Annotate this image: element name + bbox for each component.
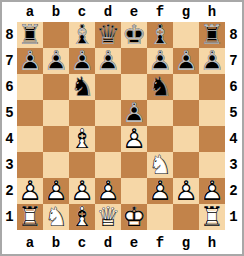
square-c7[interactable]: ♟♙ bbox=[69, 48, 95, 74]
rank-label-5-left: 5 bbox=[2, 100, 17, 126]
file-label-a-bottom: a bbox=[17, 230, 43, 254]
white-queen-d1: ♛♕ bbox=[95, 204, 121, 230]
white-pawn-d2: ♟♙ bbox=[95, 178, 121, 204]
square-a4[interactable] bbox=[17, 126, 43, 152]
white-pawn-c2: ♟♙ bbox=[69, 178, 95, 204]
square-c1[interactable]: ♝♗ bbox=[69, 204, 95, 230]
square-d3[interactable] bbox=[95, 152, 121, 178]
square-b4[interactable] bbox=[43, 126, 69, 152]
black-rook-h8: ♜♖ bbox=[199, 22, 225, 48]
black-knight-f6: ♞♘ bbox=[147, 74, 173, 100]
black-pawn-b7: ♟♙ bbox=[43, 48, 69, 74]
square-h5[interactable] bbox=[199, 100, 225, 126]
rank-label-7-right: 7 bbox=[225, 48, 242, 74]
file-label-a-top: a bbox=[17, 2, 43, 22]
square-f2[interactable]: ♟♙ bbox=[147, 178, 173, 204]
rank-label-4-left: 4 bbox=[2, 126, 17, 152]
black-pawn-c7: ♟♙ bbox=[69, 48, 95, 74]
board: ♜♖♝♗♛♕♚♔♝♗♜♖♟♙♟♙♟♙♟♙♟♙♟♙♟♙♞♘♞♘♟♙♝♗♟♙♞♘♟♙… bbox=[17, 22, 225, 230]
square-g3[interactable] bbox=[173, 152, 199, 178]
rank-labels-left: 87654321 bbox=[2, 22, 17, 230]
black-pawn-e5: ♟♙ bbox=[121, 100, 147, 126]
chess-diagram: abcdefgh 87654321 ♜♖♝♗♛♕♚♔♝♗♜♖♟♙♟♙♟♙♟♙♟♙… bbox=[0, 0, 244, 256]
rank-label-6-right: 6 bbox=[225, 74, 242, 100]
black-pawn-f7: ♟♙ bbox=[147, 48, 173, 74]
square-a1[interactable]: ♜♖ bbox=[17, 204, 43, 230]
square-a8[interactable]: ♜♖ bbox=[17, 22, 43, 48]
square-e3[interactable] bbox=[121, 152, 147, 178]
black-pawn-a7: ♟♙ bbox=[17, 48, 43, 74]
square-b7[interactable]: ♟♙ bbox=[43, 48, 69, 74]
file-label-d-bottom: d bbox=[95, 230, 121, 254]
square-d7[interactable]: ♟♙ bbox=[95, 48, 121, 74]
white-knight-f3: ♞♘ bbox=[147, 152, 173, 178]
white-pawn-h2: ♟♙ bbox=[199, 178, 225, 204]
rank-label-3-right: 3 bbox=[225, 152, 242, 178]
rank-label-8-left: 8 bbox=[2, 22, 17, 48]
square-f4[interactable] bbox=[147, 126, 173, 152]
square-b8[interactable] bbox=[43, 22, 69, 48]
file-label-b-bottom: b bbox=[43, 230, 69, 254]
black-pawn-g7: ♟♙ bbox=[173, 48, 199, 74]
file-label-c-top: c bbox=[69, 2, 95, 22]
white-bishop-c1: ♝♗ bbox=[69, 204, 95, 230]
rank-label-4-right: 4 bbox=[225, 126, 242, 152]
black-pawn-h7: ♟♙ bbox=[199, 48, 225, 74]
file-label-d-top: d bbox=[95, 2, 121, 22]
square-d4[interactable] bbox=[95, 126, 121, 152]
white-pawn-a2: ♟♙ bbox=[17, 178, 43, 204]
square-c3[interactable] bbox=[69, 152, 95, 178]
square-c8[interactable]: ♝♗ bbox=[69, 22, 95, 48]
square-e8[interactable]: ♚♔ bbox=[121, 22, 147, 48]
square-h7[interactable]: ♟♙ bbox=[199, 48, 225, 74]
file-label-h-top: h bbox=[199, 2, 225, 22]
square-e5[interactable]: ♟♙ bbox=[121, 100, 147, 126]
square-e2[interactable] bbox=[121, 178, 147, 204]
black-bishop-f8: ♝♗ bbox=[147, 22, 173, 48]
rank-label-7-left: 7 bbox=[2, 48, 17, 74]
square-a3[interactable] bbox=[17, 152, 43, 178]
white-pawn-g2: ♟♙ bbox=[173, 178, 199, 204]
black-knight-c6: ♞♘ bbox=[69, 74, 95, 100]
square-e1[interactable]: ♚♔ bbox=[121, 204, 147, 230]
square-h1[interactable]: ♜♖ bbox=[199, 204, 225, 230]
rank-labels-right: 87654321 bbox=[225, 22, 242, 230]
square-d5[interactable] bbox=[95, 100, 121, 126]
square-f6[interactable]: ♞♘ bbox=[147, 74, 173, 100]
square-h8[interactable]: ♜♖ bbox=[199, 22, 225, 48]
rank-label-6-left: 6 bbox=[2, 74, 17, 100]
square-g5[interactable] bbox=[173, 100, 199, 126]
file-label-c-bottom: c bbox=[69, 230, 95, 254]
rank-label-1-left: 1 bbox=[2, 204, 17, 230]
file-label-f-bottom: f bbox=[147, 230, 173, 254]
black-queen-d8: ♛♕ bbox=[95, 22, 121, 48]
rank-label-5-right: 5 bbox=[225, 100, 242, 126]
square-g8[interactable] bbox=[173, 22, 199, 48]
square-b2[interactable]: ♟♙ bbox=[43, 178, 69, 204]
square-g2[interactable]: ♟♙ bbox=[173, 178, 199, 204]
square-f1[interactable] bbox=[147, 204, 173, 230]
rank-label-2-right: 2 bbox=[225, 178, 242, 204]
square-e7[interactable] bbox=[121, 48, 147, 74]
file-labels-bottom: abcdefgh bbox=[17, 230, 225, 254]
black-bishop-c8: ♝♗ bbox=[69, 22, 95, 48]
white-rook-a1: ♜♖ bbox=[17, 204, 43, 230]
square-h3[interactable] bbox=[199, 152, 225, 178]
square-e6[interactable] bbox=[121, 74, 147, 100]
white-king-e1: ♚♔ bbox=[121, 204, 147, 230]
square-c5[interactable] bbox=[69, 100, 95, 126]
square-b6[interactable] bbox=[43, 74, 69, 100]
square-a6[interactable] bbox=[17, 74, 43, 100]
square-c2[interactable]: ♟♙ bbox=[69, 178, 95, 204]
file-label-e-top: e bbox=[121, 2, 147, 22]
black-pawn-d7: ♟♙ bbox=[95, 48, 121, 74]
white-pawn-e4: ♟♙ bbox=[121, 126, 147, 152]
file-label-g-top: g bbox=[173, 2, 199, 22]
square-f7[interactable]: ♟♙ bbox=[147, 48, 173, 74]
file-label-b-top: b bbox=[43, 2, 69, 22]
square-b3[interactable] bbox=[43, 152, 69, 178]
black-king-e8: ♚♔ bbox=[121, 22, 147, 48]
square-e4[interactable]: ♟♙ bbox=[121, 126, 147, 152]
square-a7[interactable]: ♟♙ bbox=[17, 48, 43, 74]
square-d8[interactable]: ♛♕ bbox=[95, 22, 121, 48]
square-g4[interactable] bbox=[173, 126, 199, 152]
square-f8[interactable]: ♝♗ bbox=[147, 22, 173, 48]
file-label-e-bottom: e bbox=[121, 230, 147, 254]
square-f5[interactable] bbox=[147, 100, 173, 126]
square-c4[interactable]: ♝♗ bbox=[69, 126, 95, 152]
square-g7[interactable]: ♟♙ bbox=[173, 48, 199, 74]
square-b5[interactable] bbox=[43, 100, 69, 126]
white-pawn-b2: ♟♙ bbox=[43, 178, 69, 204]
rank-label-3-left: 3 bbox=[2, 152, 17, 178]
rank-label-1-right: 1 bbox=[225, 204, 242, 230]
square-h6[interactable] bbox=[199, 74, 225, 100]
rank-label-8-right: 8 bbox=[225, 22, 242, 48]
square-g1[interactable] bbox=[173, 204, 199, 230]
file-label-h-bottom: h bbox=[199, 230, 225, 254]
white-bishop-c4: ♝♗ bbox=[69, 126, 95, 152]
square-d2[interactable]: ♟♙ bbox=[95, 178, 121, 204]
square-d1[interactable]: ♛♕ bbox=[95, 204, 121, 230]
square-h4[interactable] bbox=[199, 126, 225, 152]
square-d6[interactable] bbox=[95, 74, 121, 100]
file-label-g-bottom: g bbox=[173, 230, 199, 254]
white-knight-b1: ♞♘ bbox=[43, 204, 69, 230]
square-c6[interactable]: ♞♘ bbox=[69, 74, 95, 100]
square-a2[interactable]: ♟♙ bbox=[17, 178, 43, 204]
white-pawn-f2: ♟♙ bbox=[147, 178, 173, 204]
rank-label-2-left: 2 bbox=[2, 178, 17, 204]
white-rook-h1: ♜♖ bbox=[199, 204, 225, 230]
file-label-f-top: f bbox=[147, 2, 173, 22]
square-h2[interactable]: ♟♙ bbox=[199, 178, 225, 204]
square-b1[interactable]: ♞♘ bbox=[43, 204, 69, 230]
square-a5[interactable] bbox=[17, 100, 43, 126]
file-labels-top: abcdefgh bbox=[17, 2, 225, 22]
black-rook-a8: ♜♖ bbox=[17, 22, 43, 48]
square-g6[interactable] bbox=[173, 74, 199, 100]
square-f3[interactable]: ♞♘ bbox=[147, 152, 173, 178]
